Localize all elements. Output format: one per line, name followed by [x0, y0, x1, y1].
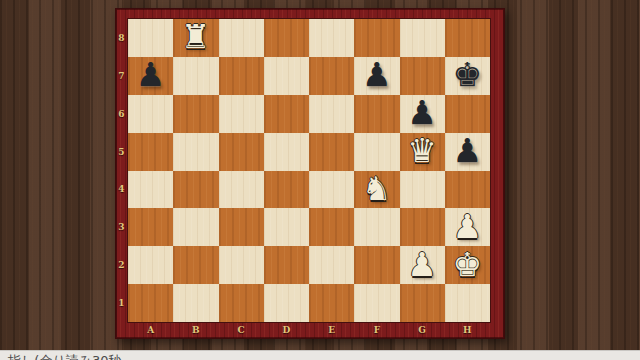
square-h5[interactable]: ♟ [445, 133, 490, 171]
square-a5[interactable] [128, 133, 173, 171]
square-c8[interactable] [219, 19, 264, 57]
file-labels: ABCDEFGH [128, 322, 490, 338]
square-f5[interactable] [354, 133, 399, 171]
file-label-e: E [309, 322, 354, 338]
file-label-f: F [354, 322, 399, 338]
square-g6[interactable]: ♟ [400, 95, 445, 133]
square-f1[interactable] [354, 284, 399, 322]
square-g1[interactable] [400, 284, 445, 322]
square-b8[interactable]: ♜ [173, 19, 218, 57]
square-g2[interactable]: ♟ [400, 246, 445, 284]
white-rook-b8[interactable]: ♜ [181, 20, 211, 53]
square-c2[interactable] [219, 246, 264, 284]
square-e1[interactable] [309, 284, 354, 322]
square-d7[interactable] [264, 57, 309, 95]
square-g4[interactable] [400, 171, 445, 209]
square-h8[interactable] [445, 19, 490, 57]
square-c3[interactable] [219, 208, 264, 246]
white-king-h2[interactable]: ♚ [453, 248, 483, 281]
square-b7[interactable] [173, 57, 218, 95]
square-b5[interactable] [173, 133, 218, 171]
rank-label-text-5: 5 [118, 147, 124, 157]
square-f4[interactable]: ♞ [354, 171, 399, 209]
status-strip: 指し(金り読み30秒 [0, 350, 640, 360]
file-label-b: B [173, 322, 218, 338]
square-b6[interactable] [173, 95, 218, 133]
square-a4[interactable] [128, 171, 173, 209]
rank-label-4: 4 [115, 171, 128, 209]
square-e7[interactable] [309, 57, 354, 95]
square-a8[interactable] [128, 19, 173, 57]
square-e2[interactable] [309, 246, 354, 284]
square-a6[interactable] [128, 95, 173, 133]
square-f2[interactable] [354, 246, 399, 284]
square-b1[interactable] [173, 284, 218, 322]
square-c6[interactable] [219, 95, 264, 133]
square-f3[interactable] [354, 208, 399, 246]
rank-label-text-6: 6 [118, 109, 124, 119]
square-c7[interactable] [219, 57, 264, 95]
rank-label-text-1: 1 [118, 298, 124, 308]
black-pawn-a7[interactable]: ♟ [136, 58, 166, 91]
square-d3[interactable] [264, 208, 309, 246]
square-e4[interactable] [309, 171, 354, 209]
file-label-c: C [219, 322, 264, 338]
square-h4[interactable] [445, 171, 490, 209]
file-label-text-h: H [463, 325, 472, 335]
square-d8[interactable] [264, 19, 309, 57]
rank-label-6: 6 [115, 95, 128, 133]
white-pawn-h3[interactable]: ♟ [453, 210, 483, 243]
file-label-text-f: F [374, 325, 380, 335]
rank-label-7: 7 [115, 57, 128, 95]
square-d5[interactable] [264, 133, 309, 171]
rank-label-5: 5 [115, 133, 128, 171]
rank-label-text-7: 7 [118, 71, 124, 81]
square-b3[interactable] [173, 208, 218, 246]
square-c1[interactable] [219, 284, 264, 322]
square-c4[interactable] [219, 171, 264, 209]
square-b2[interactable] [173, 246, 218, 284]
rank-label-8: 8 [115, 19, 128, 57]
file-label-text-g: G [418, 325, 426, 335]
square-a7[interactable]: ♟ [128, 57, 173, 95]
square-h7[interactable]: ♚ [445, 57, 490, 95]
square-d2[interactable] [264, 246, 309, 284]
file-label-d: D [264, 322, 309, 338]
square-g5[interactable]: ♛ [400, 133, 445, 171]
square-a3[interactable] [128, 208, 173, 246]
square-h1[interactable] [445, 284, 490, 322]
square-d1[interactable] [264, 284, 309, 322]
rank-label-2: 2 [115, 246, 128, 284]
rank-label-text-4: 4 [118, 184, 124, 194]
rank-label-text-3: 3 [118, 222, 124, 232]
square-f8[interactable] [354, 19, 399, 57]
square-d6[interactable] [264, 95, 309, 133]
square-a1[interactable] [128, 284, 173, 322]
black-king-h7[interactable]: ♚ [453, 58, 483, 91]
black-pawn-f7[interactable]: ♟ [362, 58, 392, 91]
white-pawn-g2[interactable]: ♟ [407, 248, 437, 281]
square-h6[interactable] [445, 95, 490, 133]
chess-board: ♜♟♟♚♟♛♟♞♟♟♚ [128, 19, 490, 322]
file-label-text-c: C [238, 325, 245, 335]
file-label-g: G [400, 322, 445, 338]
status-caption-text: 指し(金り読み30秒 [8, 352, 122, 360]
rank-label-3: 3 [115, 208, 128, 246]
file-label-text-e: E [328, 325, 335, 335]
square-e8[interactable] [309, 19, 354, 57]
file-label-text-a: A [147, 325, 154, 335]
rank-label-text-8: 8 [118, 33, 124, 43]
square-d4[interactable] [264, 171, 309, 209]
black-pawn-g6[interactable]: ♟ [407, 96, 437, 129]
square-b4[interactable] [173, 171, 218, 209]
square-g3[interactable] [400, 208, 445, 246]
square-e6[interactable] [309, 95, 354, 133]
square-g8[interactable] [400, 19, 445, 57]
file-label-text-d: D [282, 325, 290, 335]
white-knight-f4[interactable]: ♞ [362, 172, 392, 205]
square-e5[interactable] [309, 133, 354, 171]
file-label-text-b: B [192, 325, 200, 335]
square-f6[interactable] [354, 95, 399, 133]
square-f7[interactable]: ♟ [354, 57, 399, 95]
square-a2[interactable] [128, 246, 173, 284]
rank-labels: 87654321 [115, 19, 128, 322]
square-h2[interactable]: ♚ [445, 246, 490, 284]
white-queen-g5[interactable]: ♛ [407, 134, 437, 167]
file-label-a: A [128, 322, 173, 338]
square-c5[interactable] [219, 133, 264, 171]
rank-label-1: 1 [115, 284, 128, 322]
black-pawn-h5[interactable]: ♟ [453, 134, 483, 167]
rank-label-text-2: 2 [118, 260, 124, 270]
file-label-h: H [445, 322, 490, 338]
screenshot-stage: 87654321 ABCDEFGH ♜♟♟♚♟♛♟♞♟♟♚ 指し(金り読み30秒 [0, 0, 640, 360]
square-e3[interactable] [309, 208, 354, 246]
square-g7[interactable] [400, 57, 445, 95]
square-h3[interactable]: ♟ [445, 208, 490, 246]
